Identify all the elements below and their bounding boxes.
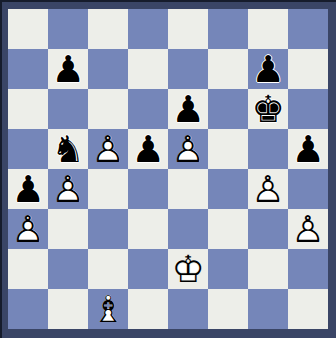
square-e5[interactable]: ♟♙ bbox=[168, 129, 208, 169]
square-h6[interactable] bbox=[288, 89, 328, 129]
piece-black-pawn[interactable]: ♟ bbox=[8, 169, 48, 209]
piece-white-pawn-fill: ♟ bbox=[168, 129, 208, 169]
square-c7[interactable] bbox=[88, 49, 128, 89]
square-d3[interactable] bbox=[128, 209, 168, 249]
square-e2[interactable]: ♚♔ bbox=[168, 249, 208, 289]
square-h8[interactable] bbox=[288, 9, 328, 49]
square-d7[interactable] bbox=[128, 49, 168, 89]
piece-white-pawn-fill: ♟ bbox=[288, 209, 328, 249]
square-a2[interactable] bbox=[8, 249, 48, 289]
square-a5[interactable] bbox=[8, 129, 48, 169]
square-c5[interactable]: ♟♙ bbox=[88, 129, 128, 169]
square-f8[interactable] bbox=[208, 9, 248, 49]
piece-white-pawn[interactable]: ♙ bbox=[48, 169, 88, 209]
square-a4[interactable]: ♟ bbox=[8, 169, 48, 209]
square-b8[interactable] bbox=[48, 9, 88, 49]
square-d8[interactable] bbox=[128, 9, 168, 49]
square-g6[interactable]: ♚ bbox=[248, 89, 288, 129]
square-b7[interactable]: ♟ bbox=[48, 49, 88, 89]
square-d4[interactable] bbox=[128, 169, 168, 209]
square-c4[interactable] bbox=[88, 169, 128, 209]
piece-white-bishop[interactable]: ♗ bbox=[88, 289, 128, 329]
square-a1[interactable] bbox=[8, 289, 48, 329]
square-f5[interactable] bbox=[208, 129, 248, 169]
piece-white-pawn-fill: ♟ bbox=[88, 129, 128, 169]
square-e7[interactable] bbox=[168, 49, 208, 89]
piece-white-bishop-fill: ♝ bbox=[88, 289, 128, 329]
piece-white-pawn[interactable]: ♙ bbox=[248, 169, 288, 209]
piece-white-pawn-fill: ♟ bbox=[48, 169, 88, 209]
piece-black-pawn[interactable]: ♟ bbox=[48, 49, 88, 89]
square-h5[interactable]: ♟ bbox=[288, 129, 328, 169]
square-f3[interactable] bbox=[208, 209, 248, 249]
piece-white-pawn[interactable]: ♙ bbox=[168, 129, 208, 169]
square-b4[interactable]: ♟♙ bbox=[48, 169, 88, 209]
square-h4[interactable] bbox=[288, 169, 328, 209]
square-h3[interactable]: ♟♙ bbox=[288, 209, 328, 249]
piece-white-king-fill: ♚ bbox=[168, 249, 208, 289]
piece-white-pawn[interactable]: ♙ bbox=[288, 209, 328, 249]
piece-black-pawn[interactable]: ♟ bbox=[288, 129, 328, 169]
square-e4[interactable] bbox=[168, 169, 208, 209]
square-b2[interactable] bbox=[48, 249, 88, 289]
square-c1[interactable]: ♝♗ bbox=[88, 289, 128, 329]
chess-board-frame: ♟♟♟♚♞♟♙♟♟♙♟♟♟♙♟♙♟♙♟♙♚♔♝♗ bbox=[0, 0, 336, 338]
square-f2[interactable] bbox=[208, 249, 248, 289]
square-d5[interactable]: ♟ bbox=[128, 129, 168, 169]
piece-white-pawn[interactable]: ♙ bbox=[8, 209, 48, 249]
square-e6[interactable]: ♟ bbox=[168, 89, 208, 129]
square-c6[interactable] bbox=[88, 89, 128, 129]
square-b5[interactable]: ♞ bbox=[48, 129, 88, 169]
piece-white-pawn-fill: ♟ bbox=[248, 169, 288, 209]
square-a6[interactable] bbox=[8, 89, 48, 129]
square-e1[interactable] bbox=[168, 289, 208, 329]
piece-black-king[interactable]: ♚ bbox=[248, 89, 288, 129]
piece-black-pawn[interactable]: ♟ bbox=[248, 49, 288, 89]
square-g1[interactable] bbox=[248, 289, 288, 329]
piece-black-pawn[interactable]: ♟ bbox=[128, 129, 168, 169]
square-d2[interactable] bbox=[128, 249, 168, 289]
square-a7[interactable] bbox=[8, 49, 48, 89]
square-g2[interactable] bbox=[248, 249, 288, 289]
square-f6[interactable] bbox=[208, 89, 248, 129]
square-e8[interactable] bbox=[168, 9, 208, 49]
square-c2[interactable] bbox=[88, 249, 128, 289]
square-g4[interactable]: ♟♙ bbox=[248, 169, 288, 209]
square-e3[interactable] bbox=[168, 209, 208, 249]
square-f7[interactable] bbox=[208, 49, 248, 89]
square-d6[interactable] bbox=[128, 89, 168, 129]
square-a3[interactable]: ♟♙ bbox=[8, 209, 48, 249]
square-g3[interactable] bbox=[248, 209, 288, 249]
piece-white-pawn-fill: ♟ bbox=[8, 209, 48, 249]
piece-white-pawn[interactable]: ♙ bbox=[88, 129, 128, 169]
square-h1[interactable] bbox=[288, 289, 328, 329]
square-b1[interactable] bbox=[48, 289, 88, 329]
square-b3[interactable] bbox=[48, 209, 88, 249]
square-c3[interactable] bbox=[88, 209, 128, 249]
square-f1[interactable] bbox=[208, 289, 248, 329]
square-g5[interactable] bbox=[248, 129, 288, 169]
square-h7[interactable] bbox=[288, 49, 328, 89]
square-b6[interactable] bbox=[48, 89, 88, 129]
chess-board: ♟♟♟♚♞♟♙♟♟♙♟♟♟♙♟♙♟♙♟♙♚♔♝♗ bbox=[8, 9, 328, 329]
piece-black-knight[interactable]: ♞ bbox=[48, 129, 88, 169]
square-a8[interactable] bbox=[8, 9, 48, 49]
piece-white-king[interactable]: ♔ bbox=[168, 249, 208, 289]
square-c8[interactable] bbox=[88, 9, 128, 49]
square-h2[interactable] bbox=[288, 249, 328, 289]
square-d1[interactable] bbox=[128, 289, 168, 329]
square-g8[interactable] bbox=[248, 9, 288, 49]
piece-black-pawn[interactable]: ♟ bbox=[168, 89, 208, 129]
square-f4[interactable] bbox=[208, 169, 248, 209]
square-g7[interactable]: ♟ bbox=[248, 49, 288, 89]
